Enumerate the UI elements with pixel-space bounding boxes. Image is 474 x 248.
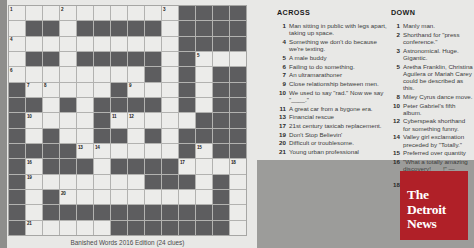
down-clue-list: DOWN 1Manly man.2Shorthand for "press co…: [391, 8, 473, 197]
clue-item: 15Preferred over quantity: [391, 149, 473, 156]
grid-cell: [145, 205, 161, 219]
grid-cell: [145, 21, 161, 35]
grid-cell: [43, 52, 59, 66]
grid-cell[interactable]: [162, 190, 178, 204]
grid-cell: [77, 159, 93, 173]
grid-cell: [26, 21, 42, 35]
clue-item-number: 15: [391, 149, 400, 156]
grid-cell[interactable]: [77, 98, 93, 112]
grid-cell: [43, 159, 59, 173]
grid-cell: [9, 129, 25, 143]
clue-item-number: 5: [391, 63, 400, 92]
clue-item-text: Young urban professional: [289, 148, 389, 155]
grid-cell[interactable]: 4: [9, 37, 25, 51]
clue-item-text: Preferred over quantity: [403, 149, 473, 156]
clue-item-number: 7: [277, 71, 286, 78]
grid-cell[interactable]: [196, 190, 212, 204]
grid-cell: [179, 144, 195, 158]
grid-cell: [196, 205, 212, 219]
grid-cell[interactable]: [128, 6, 144, 20]
grid-cell: [230, 6, 246, 20]
grid-cell: [213, 113, 229, 127]
grid-cell: [111, 129, 127, 143]
clue-number: 1: [10, 7, 12, 12]
clue-item-number: 13: [277, 113, 286, 120]
grid-cell[interactable]: 5: [196, 52, 212, 66]
grid-cell: [213, 83, 229, 97]
grid-cell[interactable]: [145, 113, 161, 127]
clue-item: 10We used to say "rad." Now we say "____…: [277, 89, 389, 103]
grid-cell[interactable]: [94, 6, 110, 20]
grid-cell: [179, 37, 195, 51]
grid-cell[interactable]: 2: [60, 6, 76, 20]
clue-item-number: 1: [277, 22, 286, 36]
grid-cell[interactable]: [128, 144, 144, 158]
grid-cell: [60, 98, 76, 112]
grid-cell: [196, 129, 212, 143]
grid-cell[interactable]: [43, 113, 59, 127]
grid-cell: [196, 37, 212, 51]
grid-cell: [26, 98, 42, 112]
grid-cell[interactable]: [43, 98, 59, 112]
grid-cell[interactable]: [60, 21, 76, 35]
clue-item-text: Shorthand for "press conference.": [403, 31, 473, 45]
grid-cell: [111, 205, 127, 219]
grid-cell[interactable]: [60, 175, 76, 189]
clue-item: 11A great car from a bygone era.: [277, 105, 389, 112]
grid-cell[interactable]: [60, 67, 76, 81]
grid-cell[interactable]: [111, 67, 127, 81]
grid-cell: [43, 129, 59, 143]
grid-cell: [230, 83, 246, 97]
grid-cell: [77, 205, 93, 219]
grid-cell[interactable]: [94, 190, 110, 204]
grid-cell: [162, 221, 178, 235]
grid-cell[interactable]: 21: [26, 221, 42, 235]
clue-item-number: 12: [391, 117, 400, 131]
grid-cell[interactable]: [43, 175, 59, 189]
clue-item-number: 2: [391, 31, 400, 45]
grid-cell[interactable]: 7: [26, 83, 42, 97]
clue-item: 9Close relationship between men.: [277, 80, 389, 87]
grid-cell[interactable]: 18: [230, 159, 246, 173]
grid-cell[interactable]: [145, 144, 161, 158]
grid-cell: [230, 113, 246, 127]
grid-cell: [179, 175, 195, 189]
clue-number: 20: [61, 191, 66, 196]
grid-cell[interactable]: [111, 190, 127, 204]
clue-number: 9: [129, 83, 131, 88]
clue-item-number: 14: [391, 133, 400, 147]
grid-cell: [230, 67, 246, 81]
grid-cell: [128, 205, 144, 219]
grid-cell[interactable]: [196, 98, 212, 112]
clue-number: 4: [10, 37, 12, 42]
grid-cell[interactable]: [145, 37, 161, 51]
grid-cell: [230, 129, 246, 143]
clue-item-number: 3: [391, 47, 400, 61]
grid-cell: [43, 144, 59, 158]
clue-number: 19: [27, 175, 32, 180]
clue-item-text: Difficult or troublesome.: [289, 139, 389, 146]
grid-cell[interactable]: [230, 175, 246, 189]
grid-cell[interactable]: [128, 175, 144, 189]
clue-item-number: 17: [277, 122, 286, 129]
grid-cell[interactable]: 13: [77, 144, 93, 158]
grid-cell[interactable]: 1: [9, 6, 25, 20]
clue-number: 12: [129, 114, 134, 119]
grid-cell[interactable]: [111, 144, 127, 158]
grid-cell[interactable]: 8: [43, 83, 59, 97]
grid-cell[interactable]: [111, 37, 127, 51]
clue-item: 12Cyberspeak shorthand for something fun…: [391, 117, 473, 131]
grid-cell: [9, 98, 25, 112]
grid-cell: [213, 37, 229, 51]
grid-cell[interactable]: [9, 52, 25, 66]
detroit-news-logo: The Detroit News: [400, 171, 468, 240]
grid-cell[interactable]: [9, 21, 25, 35]
clue-item-text: Peter Gabriel's fifth album.: [403, 102, 473, 116]
grid-cell[interactable]: [60, 37, 76, 51]
grid-cell: [60, 144, 76, 158]
grid-cell[interactable]: [128, 67, 144, 81]
grid-cell: [179, 67, 195, 81]
grid-cell[interactable]: [77, 37, 93, 51]
grid-cell: [60, 205, 76, 219]
clue-item-text: Manly man.: [403, 22, 473, 29]
grid-cell: [26, 144, 42, 158]
grid-cell: [145, 221, 161, 235]
grid-cell: [213, 98, 229, 112]
grid-cell[interactable]: [43, 6, 59, 20]
grid-cell[interactable]: [128, 129, 144, 143]
clue-number: 13: [78, 145, 83, 150]
grid-cell[interactable]: [60, 83, 76, 97]
grid-cell: [128, 98, 144, 112]
grid-cell[interactable]: [60, 52, 76, 66]
grid-cell: [94, 205, 110, 219]
grid-cell[interactable]: [94, 83, 110, 97]
clue-item: 4Something we don't do because we're tex…: [277, 38, 389, 52]
grid-cell[interactable]: 12: [128, 113, 144, 127]
grid-cell: [111, 98, 127, 112]
grid-cell: [179, 6, 195, 20]
grid-cell[interactable]: [26, 205, 42, 219]
grid-cell[interactable]: [77, 175, 93, 189]
clue-item: 19Don't Stop Believin': [277, 131, 389, 138]
grid-cell[interactable]: 19: [26, 175, 42, 189]
grid-cell: [9, 190, 25, 204]
clue-item-number: 9: [277, 80, 286, 87]
clue-number: 14: [95, 145, 100, 150]
grid-cell[interactable]: [162, 83, 178, 97]
grid-cell: [77, 21, 93, 35]
clue-number: 6: [10, 68, 12, 73]
clue-item: 2Shorthand for "press conference.": [391, 31, 473, 45]
across-header: ACROSS: [277, 8, 389, 17]
grid-cell[interactable]: [26, 129, 42, 143]
clue-item-text: A male buddy: [289, 54, 389, 61]
clue-item-number: 5: [277, 54, 286, 61]
clue-number: 16: [27, 160, 32, 165]
clue-number: 10: [27, 114, 32, 119]
clue-item-number: 6: [277, 63, 286, 70]
clue-item-number: 1: [391, 22, 400, 29]
clue-item: 3Astronomical. Huge. Gigantic.: [391, 47, 473, 61]
grid-cell: [230, 21, 246, 35]
grid-cell: [162, 175, 178, 189]
clue-item-text: We used to say "rad." Now we say "____.": [289, 89, 389, 103]
grid-cell: [43, 190, 59, 204]
grid-cell[interactable]: [230, 52, 246, 66]
grid-cell: [179, 98, 195, 112]
grid-cell[interactable]: [94, 221, 110, 235]
grid-cell[interactable]: [179, 113, 195, 127]
clue-number: 18: [231, 160, 236, 165]
clue-item-number: 18: [391, 181, 400, 195]
clue-number: 7: [27, 83, 29, 88]
grid-cell[interactable]: [145, 6, 161, 20]
grid-cell: [179, 52, 195, 66]
grid-cell: [9, 144, 25, 158]
clue-item: 14Valley girl exclamation preceded by "T…: [391, 133, 473, 147]
grid-cell: [213, 67, 229, 81]
grid-cell: [128, 159, 144, 173]
grid-cell: [9, 221, 25, 235]
grid-cell: [145, 98, 161, 112]
grid-cell[interactable]: 9: [128, 83, 144, 97]
puzzle-caption: Banished Words 2016 Edition (24 clues): [8, 239, 247, 246]
grid-cell[interactable]: [213, 52, 229, 66]
grid-cell: [196, 113, 212, 127]
grid-cell[interactable]: [111, 175, 127, 189]
clue-item: 1Manly man.: [391, 22, 473, 29]
grid-cell: [179, 221, 195, 235]
grid-cell[interactable]: [77, 6, 93, 20]
grid-cell: [213, 144, 229, 158]
grid-cell[interactable]: [196, 159, 212, 173]
grid-cell: [94, 21, 110, 35]
clue-item: 8Miley Cyrus dance move.: [391, 93, 473, 100]
grid-cell: [213, 6, 229, 20]
grid-cell: [230, 37, 246, 51]
grid-cell[interactable]: [94, 67, 110, 81]
grid-cell[interactable]: [230, 205, 246, 219]
clue-item-number: 10: [277, 89, 286, 103]
grid-cell[interactable]: [26, 67, 42, 81]
clue-item-text: Miley Cyrus dance move.: [403, 93, 473, 100]
grid-cell: [111, 221, 127, 235]
grid-cell[interactable]: [196, 83, 212, 97]
down-header: DOWN: [391, 8, 473, 17]
clue-item-number: 21: [277, 148, 286, 155]
clue-item-text: An ultramarathoner: [289, 71, 389, 78]
grid-cell: [179, 129, 195, 143]
grid-cell[interactable]: [162, 144, 178, 158]
grid-cell[interactable]: 17: [179, 159, 195, 173]
grid-cell: [94, 52, 110, 66]
grid-cell[interactable]: [94, 159, 110, 173]
grid-cell: [94, 113, 110, 127]
grid-cell[interactable]: [77, 83, 93, 97]
grid-cell[interactable]: 10: [26, 113, 42, 127]
grid-cell[interactable]: [162, 98, 178, 112]
clue-item: 20Difficult or troublesome.: [277, 139, 389, 146]
grid-cell[interactable]: [230, 221, 246, 235]
grid-cell: [213, 190, 229, 204]
grid-cell[interactable]: [128, 37, 144, 51]
grid-cell[interactable]: 3: [162, 6, 178, 20]
clue-item-text: Man sitting in public with legs apart, t…: [289, 22, 389, 36]
page-edge: [0, 0, 7, 248]
grid-cell[interactable]: [230, 190, 246, 204]
clue-item-number: 8: [391, 93, 400, 100]
grid-cell: [213, 221, 229, 235]
grid-cell[interactable]: [77, 113, 93, 127]
grid-cell[interactable]: [77, 129, 93, 143]
clue-item: 10Peter Gabriel's fifth album.: [391, 102, 473, 116]
grid-cell[interactable]: [43, 67, 59, 81]
clue-item-text: Something we don't do because we're text…: [289, 38, 389, 52]
clue-item: 13Financial rescue: [277, 113, 389, 120]
grid-cell[interactable]: [77, 190, 93, 204]
grid-cell: [213, 205, 229, 219]
grid-cell: [145, 67, 161, 81]
clue-number: 8: [44, 83, 46, 88]
clue-number: 15: [197, 145, 202, 150]
clue-item-text: Financial rescue: [289, 113, 389, 120]
clue-item: 1Man sitting in public with legs apart, …: [277, 22, 389, 36]
grid-cell[interactable]: 11: [111, 113, 127, 127]
clue-item: 5A male buddy: [277, 54, 389, 61]
grid-cell[interactable]: [43, 221, 59, 235]
clue-number: 21: [27, 221, 32, 226]
grid-cell: [111, 21, 127, 35]
grid-cell: [230, 144, 246, 158]
grid-cell[interactable]: [213, 159, 229, 173]
grid-cell: [179, 21, 195, 35]
logo-line-3: News: [407, 217, 468, 232]
grid-cell[interactable]: 15: [196, 144, 212, 158]
grid-cell: [128, 221, 144, 235]
grid-cell[interactable]: [145, 190, 161, 204]
clue-item-text: Close relationship between men.: [289, 80, 389, 87]
grid-cell: [145, 159, 161, 173]
grid-cell[interactable]: [162, 21, 178, 35]
grid-cell[interactable]: [60, 129, 76, 143]
grid-cell[interactable]: 14: [94, 144, 110, 158]
grid-cell[interactable]: [26, 37, 42, 51]
grid-cell[interactable]: [179, 190, 195, 204]
grid-cell: [145, 52, 161, 66]
logo-line-1: The: [407, 188, 468, 203]
grid-cell: [43, 205, 59, 219]
grid-cell[interactable]: [145, 83, 161, 97]
clue-item: 21Young urban professional: [277, 148, 389, 155]
grid-cell[interactable]: [77, 221, 93, 235]
crossword-grid: 123456789101112131415161718192021: [8, 5, 247, 236]
grid-cell: [9, 175, 25, 189]
clue-number: 11: [112, 114, 116, 119]
clue-item-number: 10: [391, 102, 400, 116]
grid-cell[interactable]: [60, 113, 76, 127]
grid-cell: [128, 52, 144, 66]
grid-cell[interactable]: [162, 67, 178, 81]
grid-cell[interactable]: 6: [9, 67, 25, 81]
grid-cell[interactable]: [60, 221, 76, 235]
clue-item-text: Astronomical. Huge. Gigantic.: [403, 47, 473, 61]
clue-item: 7An ultramarathoner: [277, 71, 389, 78]
grid-cell[interactable]: [162, 52, 178, 66]
grid-cell[interactable]: 16: [26, 159, 42, 173]
clue-number: 17: [180, 160, 185, 165]
grid-cell: [196, 6, 212, 20]
grid-cell: [9, 205, 25, 219]
grid-cell: [213, 21, 229, 35]
clue-item-number: 4: [277, 38, 286, 52]
clue-item: 5Aretha Franklin, Christina Aguilera or …: [391, 63, 473, 92]
grid-cell[interactable]: [128, 190, 144, 204]
grid-cell: [145, 175, 161, 189]
grid-cell[interactable]: 20: [60, 190, 76, 204]
grid-cell: [111, 52, 127, 66]
clue-number: 5: [197, 53, 199, 58]
clue-item-text: 21st century taxicab replacement.: [289, 122, 389, 129]
grid-cell: [43, 21, 59, 35]
grid-cell: [111, 159, 127, 173]
grid-cell[interactable]: [111, 6, 127, 20]
clue-item-text: Don't Stop Believin': [289, 131, 389, 138]
grid-cell: [179, 83, 195, 97]
grid-cell[interactable]: [196, 175, 212, 189]
grid-cell[interactable]: [162, 129, 178, 143]
clue-number: 2: [61, 7, 63, 12]
grid-cell: [9, 159, 25, 173]
grid-cell[interactable]: [26, 190, 42, 204]
grid-cell: [179, 205, 195, 219]
grid-cell[interactable]: [94, 175, 110, 189]
clue-item-number: 20: [277, 139, 286, 146]
grid-cell: [9, 113, 25, 127]
grid-cell: [60, 159, 76, 173]
grid-cell: [111, 83, 127, 97]
grid-cell: [213, 175, 229, 189]
grid-cell: [77, 52, 93, 66]
clue-item-number: 16: [391, 158, 400, 180]
logo-line-2: Detroit: [407, 203, 468, 218]
grid-cell: [230, 98, 246, 112]
grid-cell: [26, 52, 42, 66]
grid-cell[interactable]: [26, 6, 42, 20]
clue-item-text: Aretha Franklin, Christina Aguilera or M…: [403, 63, 473, 92]
clue-item-text: A great car from a bygone era.: [289, 105, 389, 112]
clue-item-text: Valley girl exclamation preceded by "Tot…: [403, 133, 473, 147]
grid-cell[interactable]: [162, 37, 178, 51]
grid-cell[interactable]: [43, 37, 59, 51]
grid-cell: [145, 129, 161, 143]
clue-item-number: 19: [277, 131, 286, 138]
grid-cell[interactable]: [94, 37, 110, 51]
grid-cell: [162, 205, 178, 219]
clue-item: 1721st century taxicab replacement.: [277, 122, 389, 129]
clue-item-text: Cyberspeak shorthand for something funny…: [403, 117, 473, 131]
grid-cell[interactable]: [77, 67, 93, 81]
clue-item: 6Failing to do something.: [277, 63, 389, 70]
grid-cell[interactable]: [162, 113, 178, 127]
grid-cell[interactable]: [196, 67, 212, 81]
clue-item-number: 11: [277, 105, 286, 112]
grid-cell: [213, 129, 229, 143]
